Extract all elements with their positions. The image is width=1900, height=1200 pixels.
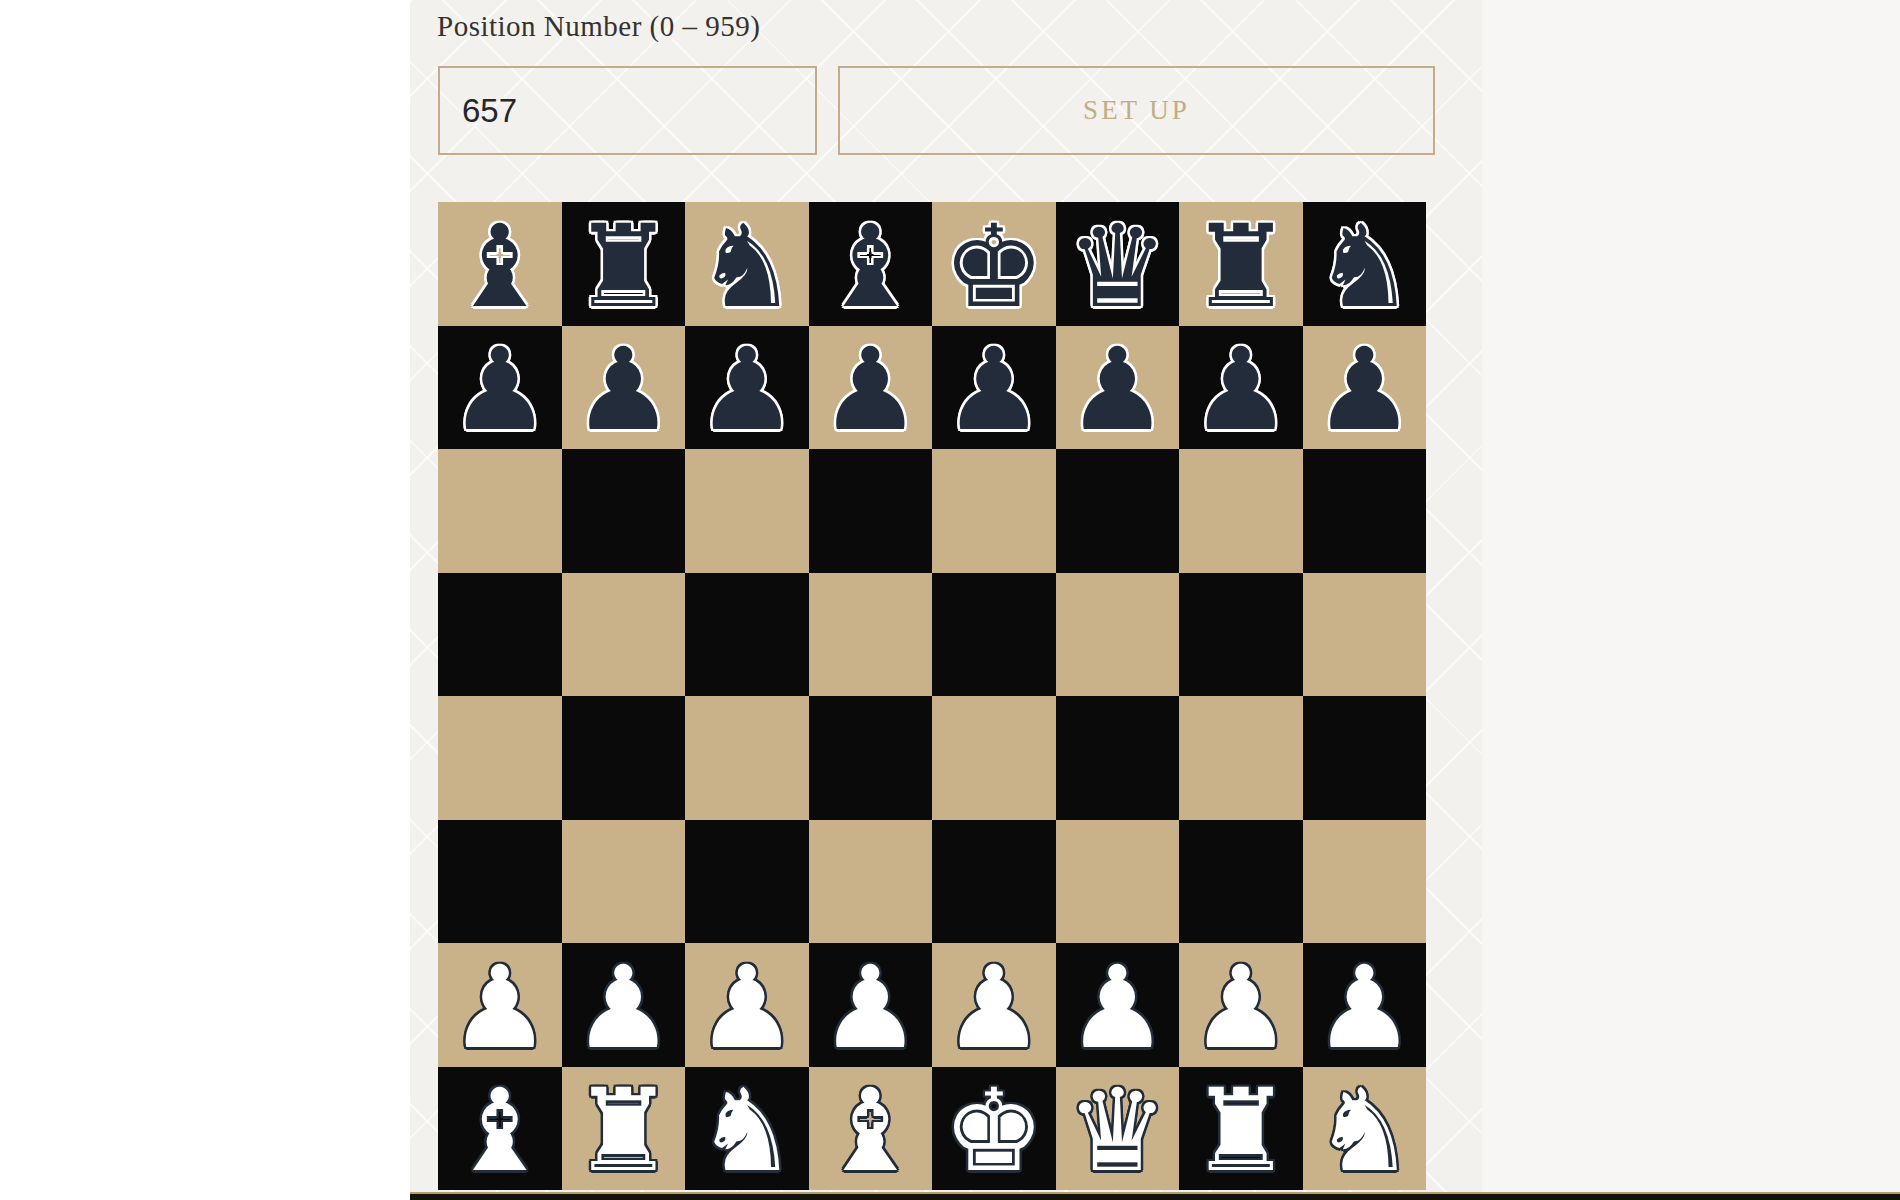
square-b2: ♟ <box>562 943 686 1067</box>
white-bishop: ♝ <box>449 1068 551 1188</box>
black-pawn: ♟ <box>1313 327 1415 447</box>
white-knight: ♞ <box>696 1068 798 1188</box>
square-c7: ♟ <box>685 326 809 450</box>
square-h4 <box>1303 696 1427 820</box>
black-pawn: ♟ <box>572 327 674 447</box>
square-d2: ♟ <box>809 943 933 1067</box>
black-bishop: ♝ <box>819 204 921 324</box>
square-e7: ♟ <box>932 326 1056 450</box>
white-pawn: ♟ <box>943 945 1045 1065</box>
square-h7: ♟ <box>1303 326 1427 450</box>
black-pawn: ♟ <box>1190 327 1292 447</box>
square-c3 <box>685 820 809 944</box>
white-pawn: ♟ <box>1190 945 1292 1065</box>
square-g8: ♜ <box>1179 202 1303 326</box>
square-d8: ♝ <box>809 202 933 326</box>
square-a4 <box>438 696 562 820</box>
right-margin <box>1482 0 1900 1200</box>
square-h2: ♟ <box>1303 943 1427 1067</box>
square-g7: ♟ <box>1179 326 1303 450</box>
square-b4 <box>562 696 686 820</box>
square-h8: ♞ <box>1303 202 1427 326</box>
square-a5 <box>438 573 562 697</box>
square-h5 <box>1303 573 1427 697</box>
square-e4 <box>932 696 1056 820</box>
square-g4 <box>1179 696 1303 820</box>
square-c2: ♟ <box>685 943 809 1067</box>
square-d5 <box>809 573 933 697</box>
square-d6 <box>809 449 933 573</box>
square-a6 <box>438 449 562 573</box>
square-b7: ♟ <box>562 326 686 450</box>
black-bishop: ♝ <box>449 204 551 324</box>
white-bishop: ♝ <box>819 1068 921 1188</box>
square-d3 <box>809 820 933 944</box>
square-d1: ♝ <box>809 1067 933 1191</box>
white-pawn: ♟ <box>1066 945 1168 1065</box>
square-a2: ♟ <box>438 943 562 1067</box>
square-b5 <box>562 573 686 697</box>
square-e2: ♟ <box>932 943 1056 1067</box>
black-knight: ♞ <box>696 204 798 324</box>
black-pawn: ♟ <box>696 327 798 447</box>
black-pawn: ♟ <box>943 327 1045 447</box>
square-b1: ♜ <box>562 1067 686 1191</box>
black-rook: ♜ <box>1190 204 1292 324</box>
white-king: ♚ <box>943 1068 1045 1188</box>
page-background: Position Number (0 – 959) SET UP ♝♜♞♝♚♛♜… <box>0 0 1900 1200</box>
square-g2: ♟ <box>1179 943 1303 1067</box>
square-b8: ♜ <box>562 202 686 326</box>
square-e8: ♚ <box>932 202 1056 326</box>
white-rook: ♜ <box>1190 1068 1292 1188</box>
square-e6 <box>932 449 1056 573</box>
square-c5 <box>685 573 809 697</box>
square-c1: ♞ <box>685 1067 809 1191</box>
square-f3 <box>1056 820 1180 944</box>
square-e1: ♚ <box>932 1067 1056 1191</box>
setup-button[interactable]: SET UP <box>838 66 1435 155</box>
white-queen: ♛ <box>1066 1068 1168 1188</box>
square-a8: ♝ <box>438 202 562 326</box>
square-h6 <box>1303 449 1427 573</box>
black-rook: ♜ <box>572 204 674 324</box>
square-c8: ♞ <box>685 202 809 326</box>
square-f4 <box>1056 696 1180 820</box>
position-number-label: Position Number (0 – 959) <box>437 8 760 44</box>
square-f8: ♛ <box>1056 202 1180 326</box>
square-d4 <box>809 696 933 820</box>
square-a7: ♟ <box>438 326 562 450</box>
square-a1: ♝ <box>438 1067 562 1191</box>
square-e5 <box>932 573 1056 697</box>
black-pawn: ♟ <box>1066 327 1168 447</box>
black-knight: ♞ <box>1313 204 1415 324</box>
chess-board: ♝♜♞♝♚♛♜♞♟♟♟♟♟♟♟♟♟♟♟♟♟♟♟♟♝♜♞♝♚♛♜♞ <box>438 202 1426 1190</box>
square-b3 <box>562 820 686 944</box>
black-queen: ♛ <box>1066 204 1168 324</box>
white-pawn: ♟ <box>449 945 551 1065</box>
square-b6 <box>562 449 686 573</box>
square-c4 <box>685 696 809 820</box>
white-rook: ♜ <box>572 1068 674 1188</box>
square-f1: ♛ <box>1056 1067 1180 1191</box>
square-e3 <box>932 820 1056 944</box>
square-g6 <box>1179 449 1303 573</box>
square-d7: ♟ <box>809 326 933 450</box>
position-number-input[interactable] <box>438 66 817 155</box>
white-knight: ♞ <box>1313 1068 1415 1188</box>
square-g1: ♜ <box>1179 1067 1303 1191</box>
square-f5 <box>1056 573 1180 697</box>
white-pawn: ♟ <box>696 945 798 1065</box>
square-h3 <box>1303 820 1427 944</box>
footer-divider <box>410 1192 1900 1200</box>
white-pawn: ♟ <box>572 945 674 1065</box>
square-g3 <box>1179 820 1303 944</box>
black-pawn: ♟ <box>449 327 551 447</box>
square-h1: ♞ <box>1303 1067 1427 1191</box>
black-pawn: ♟ <box>819 327 921 447</box>
square-g5 <box>1179 573 1303 697</box>
white-pawn: ♟ <box>819 945 921 1065</box>
square-c6 <box>685 449 809 573</box>
square-f7: ♟ <box>1056 326 1180 450</box>
black-king: ♚ <box>943 204 1045 324</box>
white-pawn: ♟ <box>1313 945 1415 1065</box>
square-a3 <box>438 820 562 944</box>
square-f6 <box>1056 449 1180 573</box>
square-f2: ♟ <box>1056 943 1180 1067</box>
